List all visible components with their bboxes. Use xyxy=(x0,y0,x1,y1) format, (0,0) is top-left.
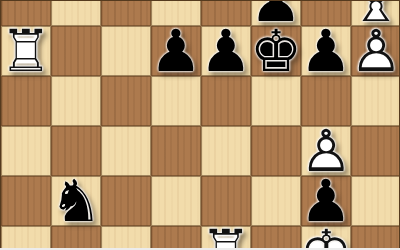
square-a4[interactable] xyxy=(1,126,51,176)
square-c4[interactable] xyxy=(101,126,151,176)
black-knight-icon: ♞ xyxy=(51,176,101,226)
square-f6[interactable]: ♚ xyxy=(251,26,301,76)
square-c7[interactable] xyxy=(101,0,151,26)
white-king-icon: ♔ xyxy=(301,226,351,248)
square-a6[interactable]: ♜♖ xyxy=(1,26,51,76)
black-pawn-icon: ♟ xyxy=(201,26,251,76)
black-pawn-piece[interactable]: ♟ xyxy=(151,26,201,76)
square-d6[interactable]: ♟ xyxy=(151,26,201,76)
square-h6[interactable]: ♟♙ xyxy=(351,26,400,76)
square-a3[interactable] xyxy=(1,176,51,226)
square-b6[interactable] xyxy=(51,26,101,76)
black-pawn-icon: ♟ xyxy=(301,26,351,76)
black-pawn-icon: ♟ xyxy=(151,26,201,76)
square-a2[interactable] xyxy=(1,226,51,248)
square-b3[interactable]: ♞ xyxy=(51,176,101,226)
square-c5[interactable] xyxy=(101,76,151,126)
square-b7[interactable] xyxy=(51,0,101,26)
black-knight-piece[interactable]: ♞ xyxy=(51,176,101,226)
square-f3[interactable] xyxy=(251,176,301,226)
square-h3[interactable] xyxy=(351,176,400,226)
white-rook-icon: ♖ xyxy=(201,226,251,248)
square-d2[interactable] xyxy=(151,226,201,248)
white-pawn-piece[interactable]: ♟♙ xyxy=(351,26,400,76)
square-e4[interactable] xyxy=(201,126,251,176)
square-h2[interactable] xyxy=(351,226,400,248)
white-rook-icon: ♖ xyxy=(1,26,51,76)
square-e2[interactable]: ♜♖ xyxy=(201,226,251,248)
white-king-piece[interactable]: ♚♔ xyxy=(301,226,351,248)
white-rook-piece[interactable]: ♜♖ xyxy=(201,226,251,248)
square-g6[interactable]: ♟ xyxy=(301,26,351,76)
square-g2[interactable]: ♚♔ xyxy=(301,226,351,248)
black-pawn-piece[interactable]: ♟ xyxy=(301,26,351,76)
white-pawn-icon: ♙ xyxy=(351,26,400,76)
board-viewport: ♟♝♗♜♖♟♟♚♟♟♙♟♙♞♟♜♖♚♔ xyxy=(0,0,400,248)
square-e6[interactable]: ♟ xyxy=(201,26,251,76)
square-c2[interactable] xyxy=(101,226,151,248)
black-king-icon: ♚ xyxy=(251,26,301,76)
black-pawn-piece[interactable]: ♟ xyxy=(201,26,251,76)
black-king-piece[interactable]: ♚ xyxy=(251,26,301,76)
square-c3[interactable] xyxy=(101,176,151,226)
square-c6[interactable] xyxy=(101,26,151,76)
square-f4[interactable] xyxy=(251,126,301,176)
white-rook-piece[interactable]: ♜♖ xyxy=(1,26,51,76)
chess-board-widget: ♟♝♗♜♖♟♟♚♟♟♙♟♙♞♟♜♖♚♔ xyxy=(0,0,400,250)
square-f2[interactable] xyxy=(251,226,301,248)
square-d3[interactable] xyxy=(151,176,201,226)
square-h4[interactable] xyxy=(351,126,400,176)
square-b5[interactable] xyxy=(51,76,101,126)
square-d4[interactable] xyxy=(151,126,201,176)
chess-board: ♟♝♗♜♖♟♟♚♟♟♙♟♙♞♟♜♖♚♔ xyxy=(1,0,400,248)
